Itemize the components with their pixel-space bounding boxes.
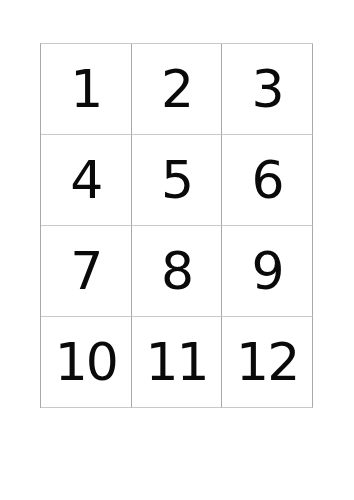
number-card-grid: 1 2 3 4 5 6 7 8 9 10 11 12 [40, 43, 313, 408]
number-card-7[interactable]: 7 [41, 226, 132, 317]
number-card-6[interactable]: 6 [222, 135, 313, 226]
number-card-1[interactable]: 1 [41, 44, 132, 135]
number-card-3[interactable]: 3 [222, 44, 313, 135]
number-card-2[interactable]: 2 [132, 44, 223, 135]
number-card-4[interactable]: 4 [41, 135, 132, 226]
number-card-10[interactable]: 10 [41, 317, 132, 408]
number-card-9[interactable]: 9 [222, 226, 313, 317]
number-card-12[interactable]: 12 [222, 317, 313, 408]
number-card-8[interactable]: 8 [132, 226, 223, 317]
number-card-11[interactable]: 11 [132, 317, 223, 408]
number-card-5[interactable]: 5 [132, 135, 223, 226]
